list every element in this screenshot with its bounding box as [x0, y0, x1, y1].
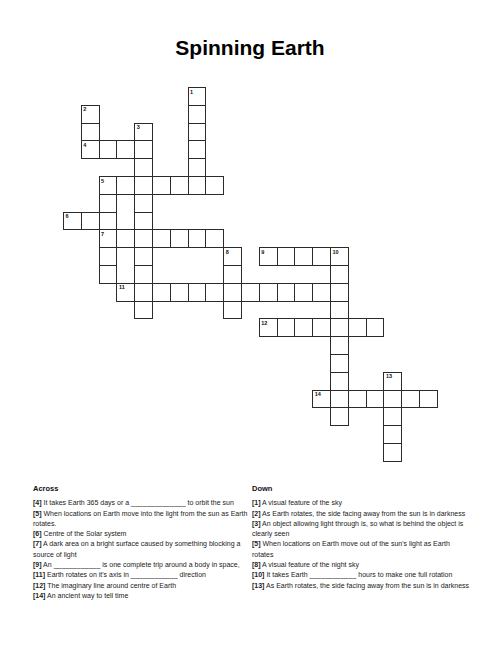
- grid-cell[interactable]: [134, 140, 153, 159]
- grid-cell[interactable]: [152, 176, 171, 195]
- clue-number: [3]: [252, 520, 261, 527]
- grid-cell[interactable]: 9: [259, 247, 278, 266]
- grid-cell[interactable]: [366, 318, 385, 337]
- grid-cell[interactable]: [401, 390, 420, 409]
- grid-cell[interactable]: [383, 407, 402, 426]
- clue-across-12: [12] The imaginary line around centre of…: [33, 581, 249, 591]
- clue-number: [14]: [33, 592, 45, 599]
- clue-number: [4]: [33, 499, 42, 506]
- grid-cell[interactable]: [383, 425, 402, 444]
- clue-number: [8]: [252, 561, 261, 568]
- grid-cell[interactable]: [152, 229, 171, 248]
- grid-cell[interactable]: [294, 247, 313, 266]
- grid-cell[interactable]: [99, 247, 118, 266]
- grid-cell[interactable]: [223, 301, 242, 320]
- grid-cell[interactable]: [188, 123, 207, 142]
- grid-cell[interactable]: [223, 265, 242, 284]
- grid-cell[interactable]: [277, 247, 296, 266]
- grid-cell[interactable]: [188, 176, 207, 195]
- grid-cell[interactable]: [170, 176, 189, 195]
- grid-cell[interactable]: [152, 283, 171, 302]
- grid-cell[interactable]: [205, 283, 224, 302]
- grid-cell[interactable]: [188, 105, 207, 124]
- clue-number: [5]: [252, 540, 261, 547]
- clue-number: [9]: [33, 561, 42, 568]
- grid-cell[interactable]: [81, 212, 100, 231]
- grid-cell[interactable]: [134, 212, 153, 231]
- cell-number: 9: [261, 249, 264, 255]
- cell-number: 12: [261, 320, 267, 326]
- grid-cell[interactable]: 4: [81, 140, 100, 159]
- grid-cell[interactable]: [205, 176, 224, 195]
- clue-number: [1]: [252, 499, 261, 506]
- clue-number: [7]: [33, 540, 42, 547]
- clue-down-2: [2] As Earth rotates, the side facing aw…: [252, 509, 472, 519]
- grid-cell[interactable]: [116, 176, 135, 195]
- cell-number: 7: [101, 231, 104, 237]
- grid-cell[interactable]: [330, 336, 349, 355]
- grid-cell[interactable]: [134, 158, 153, 177]
- grid-cell[interactable]: [134, 194, 153, 213]
- grid-cell[interactable]: [205, 229, 224, 248]
- grid-cell[interactable]: [134, 283, 153, 302]
- grid-cell[interactable]: [134, 176, 153, 195]
- grid-cell[interactable]: [116, 229, 135, 248]
- grid-cell[interactable]: [312, 247, 331, 266]
- clue-number: [11]: [33, 571, 45, 578]
- clue-down-5: [5] When locations on Earth move out of …: [252, 539, 472, 560]
- grid-cell[interactable]: [134, 229, 153, 248]
- page-title: Spinning Earth: [0, 36, 500, 60]
- cell-number: 8: [226, 249, 229, 255]
- cell-number: 11: [119, 284, 125, 290]
- clue-number: [12]: [33, 582, 45, 589]
- grid-cell[interactable]: 5: [99, 176, 118, 195]
- grid-cell[interactable]: [116, 140, 135, 159]
- grid-cell[interactable]: 3: [134, 123, 153, 142]
- clue-number: [6]: [33, 530, 42, 537]
- grid-cell[interactable]: [188, 229, 207, 248]
- across-heading: Across: [33, 484, 249, 494]
- clue-across-7: [7] A dark area on a bright surface caus…: [33, 539, 249, 560]
- grid-cell[interactable]: 14: [312, 390, 331, 409]
- grid-cell[interactable]: [134, 301, 153, 320]
- grid-cell[interactable]: [366, 390, 385, 409]
- clue-across-9: [9] An ____________ is one complete trip…: [33, 560, 249, 570]
- cell-number: 2: [83, 106, 86, 112]
- grid-cell[interactable]: [348, 390, 367, 409]
- grid-cell[interactable]: [134, 247, 153, 266]
- grid-cell[interactable]: [277, 283, 296, 302]
- grid-cell[interactable]: [330, 283, 349, 302]
- grid-cell[interactable]: 13: [383, 372, 402, 391]
- grid-cell[interactable]: [170, 283, 189, 302]
- clue-down-10: [10] It takes Earth ____________ hours t…: [252, 570, 472, 580]
- grid-cell[interactable]: [259, 283, 278, 302]
- cell-number: 14: [315, 391, 321, 397]
- clue-number: [13]: [252, 582, 264, 589]
- clue-down-3: [3] An object allowing light through is,…: [252, 519, 472, 540]
- cell-number: 1: [190, 89, 193, 95]
- grid-cell[interactable]: [330, 318, 349, 337]
- cell-number: 3: [137, 124, 140, 130]
- clue-number: [5]: [33, 510, 42, 517]
- cell-number: 13: [386, 373, 392, 379]
- down-heading: Down: [252, 484, 472, 494]
- grid-cell[interactable]: [383, 443, 402, 462]
- across-clue-list: [4] It takes Earth 365 days or a _______…: [33, 498, 249, 601]
- cell-number: 10: [333, 249, 339, 255]
- clue-across-5: [5] When locations on Earth move into th…: [33, 509, 249, 530]
- cell-number: 5: [101, 178, 104, 184]
- grid-cell[interactable]: [99, 265, 118, 284]
- grid-cell[interactable]: 1: [188, 87, 207, 106]
- grid-cell[interactable]: 7: [99, 229, 118, 248]
- across-clues: Across [4] It takes Earth 365 days or a …: [33, 484, 249, 601]
- grid-cell[interactable]: [134, 265, 153, 284]
- clue-across-4: [4] It takes Earth 365 days or a _______…: [33, 498, 249, 508]
- clue-across-6: [6] Centre of the Solar system: [33, 529, 249, 539]
- grid-cell[interactable]: [99, 212, 118, 231]
- clue-across-11: [11] Earth rotates on it's axis in _____…: [33, 570, 249, 580]
- crossword-grid: 1234567891011121314: [63, 87, 457, 463]
- clue-down-1: [1] A visual feature of the sky: [252, 498, 472, 508]
- clue-down-13: [13] As Earth rotates, the side facing a…: [252, 581, 472, 591]
- grid-cell[interactable]: [330, 265, 349, 284]
- grid-cell[interactable]: [81, 123, 100, 142]
- cell-number: 4: [83, 142, 86, 148]
- grid-cell[interactable]: [188, 283, 207, 302]
- clue-number: [10]: [252, 571, 264, 578]
- grid-cell[interactable]: [277, 318, 296, 337]
- down-clues: Down [1] A visual feature of the sky[2] …: [252, 484, 472, 591]
- grid-cell[interactable]: 8: [223, 247, 242, 266]
- down-clue-list: [1] A visual feature of the sky[2] As Ea…: [252, 498, 472, 591]
- clue-down-8: [8] A visual feature of the night sky: [252, 560, 472, 570]
- cell-number: 6: [66, 213, 69, 219]
- grid-cell[interactable]: [294, 283, 313, 302]
- grid-cell[interactable]: [241, 283, 260, 302]
- grid-cell[interactable]: [294, 318, 313, 337]
- grid-cell[interactable]: [99, 194, 118, 213]
- grid-cell[interactable]: [223, 283, 242, 302]
- page: Spinning Earth 1234567891011121314 Acros…: [0, 0, 500, 647]
- grid-cell[interactable]: [188, 140, 207, 159]
- grid-cell[interactable]: [330, 372, 349, 391]
- clue-number: [2]: [252, 510, 261, 517]
- grid-cell[interactable]: 6: [63, 212, 82, 231]
- grid-cell[interactable]: [330, 354, 349, 373]
- grid-cell[interactable]: [330, 390, 349, 409]
- grid-cell[interactable]: 11: [116, 283, 135, 302]
- grid-cell[interactable]: 12: [259, 318, 278, 337]
- grid-cell[interactable]: [312, 283, 331, 302]
- grid-cell[interactable]: [170, 229, 189, 248]
- grid-cell[interactable]: [383, 390, 402, 409]
- grid-cell[interactable]: 2: [81, 105, 100, 124]
- grid-cell[interactable]: [99, 140, 118, 159]
- grid-cell[interactable]: [188, 158, 207, 177]
- grid-cell[interactable]: 10: [330, 247, 349, 266]
- grid-cell[interactable]: [419, 390, 438, 409]
- grid-cell[interactable]: [330, 301, 349, 320]
- grid-cell[interactable]: [330, 407, 349, 426]
- grid-cell[interactable]: [348, 318, 367, 337]
- grid-cell[interactable]: [312, 318, 331, 337]
- clue-across-14: [14] An ancient way to tell time: [33, 591, 249, 601]
